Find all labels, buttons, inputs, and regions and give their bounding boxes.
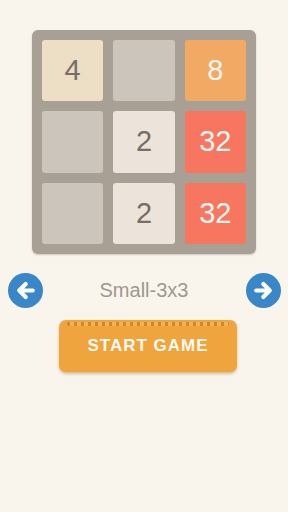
- arrow-left-icon: [8, 273, 43, 308]
- start-game-label: START GAME: [87, 336, 208, 355]
- tile-4: 4: [42, 40, 103, 101]
- prev-variant-button[interactable]: [8, 273, 43, 308]
- tile-2: 2: [113, 111, 174, 172]
- start-game-button[interactable]: START GAME: [59, 320, 237, 372]
- empty-cell: [42, 183, 103, 244]
- board-2048-3x3: 4 8 2 32 2 32: [32, 30, 256, 254]
- empty-cell: [113, 40, 174, 101]
- variant-label: Small-3x3: [50, 273, 238, 308]
- tile-32: 32: [185, 183, 246, 244]
- tile-2: 2: [113, 183, 174, 244]
- empty-cell: [42, 111, 103, 172]
- app-screen: 4 8 2 32 2 32 Small-3x3 START GAME: [0, 0, 288, 512]
- tile-32: 32: [185, 111, 246, 172]
- next-variant-button[interactable]: [246, 273, 281, 308]
- tile-8: 8: [185, 40, 246, 101]
- arrow-right-icon: [246, 273, 281, 308]
